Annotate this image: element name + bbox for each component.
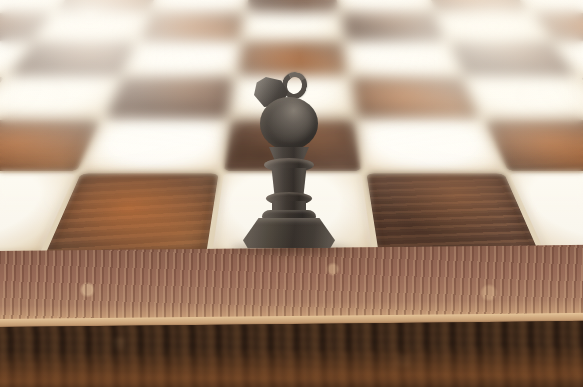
light-square <box>358 120 503 171</box>
dark-square <box>57 0 159 12</box>
dark-square <box>425 0 527 12</box>
light-square <box>465 77 583 118</box>
chessboard-photo: ♟ <box>0 0 583 387</box>
pawn-base <box>243 218 335 248</box>
light-square <box>436 13 548 41</box>
rail-front-texture <box>0 321 583 387</box>
rail-front-face <box>0 321 583 387</box>
light-square <box>81 120 226 171</box>
board-front-rail <box>0 245 583 387</box>
black-pawn: ♟ <box>238 64 342 254</box>
dark-square <box>351 77 479 118</box>
dark-square <box>44 173 218 255</box>
dark-square <box>104 77 232 118</box>
light-square <box>0 77 118 118</box>
pawn-glyph: ♟ <box>238 64 247 75</box>
light-square <box>346 42 461 76</box>
dark-square <box>341 13 445 41</box>
dark-square <box>139 13 243 41</box>
light-square <box>242 13 342 41</box>
light-square <box>151 0 246 12</box>
dark-square <box>366 173 540 255</box>
light-square <box>123 42 238 76</box>
light-square <box>35 13 147 41</box>
dark-square <box>9 42 134 76</box>
dark-square <box>246 0 337 12</box>
pawn-head <box>260 97 318 150</box>
dark-square <box>450 42 575 76</box>
light-square <box>337 0 432 12</box>
